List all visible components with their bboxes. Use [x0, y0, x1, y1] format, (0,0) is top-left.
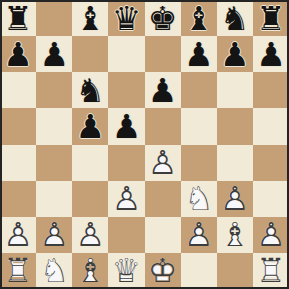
square-h3[interactable]	[253, 181, 289, 217]
white-pawn-outline-icon: ♙	[217, 181, 253, 217]
white-knight-outline-icon: ♘	[181, 181, 217, 217]
white-queen-outline-icon: ♕	[108, 253, 144, 289]
square-e6[interactable]: ♟	[145, 72, 181, 108]
black-pawn-icon: ♟	[36, 36, 72, 72]
chess-board: ♜♝♛♚♝♞♜♟♟♟♟♟♞♟♟♟♟♙♟♙♞♘♟♙♟♙♟♙♟♙♟♙♝♗♟♙♜♖♞♘…	[0, 0, 289, 289]
square-h8[interactable]: ♜	[253, 0, 289, 36]
square-e4[interactable]: ♟♙	[145, 145, 181, 181]
white-pawn-outline-icon: ♙	[72, 217, 108, 253]
square-f2[interactable]: ♟♙	[181, 217, 217, 253]
piece-white-knight[interactable]: ♞♘	[181, 181, 217, 217]
square-e2[interactable]	[145, 217, 181, 253]
piece-black-bishop[interactable]: ♝	[72, 0, 108, 36]
square-f3[interactable]: ♞♘	[181, 181, 217, 217]
piece-black-pawn[interactable]: ♟	[181, 36, 217, 72]
black-queen-icon: ♛	[108, 0, 144, 36]
piece-white-knight[interactable]: ♞♘	[36, 253, 72, 289]
square-f4[interactable]	[181, 145, 217, 181]
white-pawn-outline-icon: ♙	[108, 181, 144, 217]
black-pawn-icon: ♟	[0, 36, 36, 72]
square-c6[interactable]: ♞	[72, 72, 108, 108]
piece-white-bishop[interactable]: ♝♗	[72, 253, 108, 289]
piece-white-rook[interactable]: ♜♖	[0, 253, 36, 289]
square-d4[interactable]	[108, 145, 144, 181]
piece-white-pawn[interactable]: ♟♙	[253, 217, 289, 253]
square-g2[interactable]: ♝♗	[217, 217, 253, 253]
white-pawn-outline-icon: ♙	[0, 217, 36, 253]
square-a5[interactable]	[0, 108, 36, 144]
piece-black-pawn[interactable]: ♟	[0, 36, 36, 72]
piece-white-queen[interactable]: ♛♕	[108, 253, 144, 289]
piece-black-bishop[interactable]: ♝	[181, 0, 217, 36]
square-c4[interactable]	[72, 145, 108, 181]
piece-white-pawn[interactable]: ♟♙	[217, 181, 253, 217]
black-rook-icon: ♜	[253, 0, 289, 36]
square-d3[interactable]: ♟♙	[108, 181, 144, 217]
white-rook-outline-icon: ♖	[253, 253, 289, 289]
piece-white-bishop[interactable]: ♝♗	[217, 217, 253, 253]
square-h2[interactable]: ♟♙	[253, 217, 289, 253]
square-b3[interactable]	[36, 181, 72, 217]
white-pawn-outline-icon: ♙	[145, 145, 181, 181]
square-f8[interactable]: ♝	[181, 0, 217, 36]
square-b4[interactable]	[36, 145, 72, 181]
piece-white-pawn[interactable]: ♟♙	[108, 181, 144, 217]
black-bishop-icon: ♝	[181, 0, 217, 36]
piece-white-pawn[interactable]: ♟♙	[36, 217, 72, 253]
piece-black-pawn[interactable]: ♟	[36, 36, 72, 72]
black-pawn-icon: ♟	[253, 36, 289, 72]
white-bishop-outline-icon: ♗	[217, 217, 253, 253]
piece-black-rook[interactable]: ♜	[253, 0, 289, 36]
square-h4[interactable]	[253, 145, 289, 181]
black-knight-icon: ♞	[217, 0, 253, 36]
square-a7[interactable]: ♟	[0, 36, 36, 72]
white-bishop-outline-icon: ♗	[72, 253, 108, 289]
white-pawn-outline-icon: ♙	[36, 217, 72, 253]
square-c7[interactable]	[72, 36, 108, 72]
square-d7[interactable]	[108, 36, 144, 72]
black-bishop-icon: ♝	[72, 0, 108, 36]
square-d6[interactable]	[108, 72, 144, 108]
square-a3[interactable]	[0, 181, 36, 217]
square-b2[interactable]: ♟♙	[36, 217, 72, 253]
square-c5[interactable]: ♟	[72, 108, 108, 144]
square-f7[interactable]: ♟	[181, 36, 217, 72]
square-g8[interactable]: ♞	[217, 0, 253, 36]
piece-black-knight[interactable]: ♞	[72, 72, 108, 108]
white-knight-outline-icon: ♘	[36, 253, 72, 289]
square-a2[interactable]: ♟♙	[0, 217, 36, 253]
square-c3[interactable]	[72, 181, 108, 217]
square-g3[interactable]: ♟♙	[217, 181, 253, 217]
square-h7[interactable]: ♟	[253, 36, 289, 72]
square-h6[interactable]	[253, 72, 289, 108]
square-b7[interactable]: ♟	[36, 36, 72, 72]
square-c1[interactable]: ♝♗	[72, 253, 108, 289]
square-d5[interactable]: ♟	[108, 108, 144, 144]
white-king-outline-icon: ♔	[145, 253, 181, 289]
black-pawn-icon: ♟	[181, 36, 217, 72]
square-g5[interactable]	[217, 108, 253, 144]
square-b1[interactable]: ♞♘	[36, 253, 72, 289]
piece-black-rook[interactable]: ♜	[0, 0, 36, 36]
piece-black-pawn[interactable]: ♟	[108, 108, 144, 144]
square-e1[interactable]: ♚♔	[145, 253, 181, 289]
square-h1[interactable]: ♜♖	[253, 253, 289, 289]
piece-black-pawn[interactable]: ♟	[253, 36, 289, 72]
black-rook-icon: ♜	[0, 0, 36, 36]
black-pawn-icon: ♟	[145, 72, 181, 108]
square-d1[interactable]: ♛♕	[108, 253, 144, 289]
square-a1[interactable]: ♜♖	[0, 253, 36, 289]
square-e5[interactable]	[145, 108, 181, 144]
piece-white-king[interactable]: ♚♔	[145, 253, 181, 289]
piece-white-pawn[interactable]: ♟♙	[0, 217, 36, 253]
square-h5[interactable]	[253, 108, 289, 144]
square-g6[interactable]	[217, 72, 253, 108]
square-b8[interactable]	[36, 0, 72, 36]
square-c8[interactable]: ♝	[72, 0, 108, 36]
square-e3[interactable]	[145, 181, 181, 217]
piece-white-pawn[interactable]: ♟♙	[145, 145, 181, 181]
square-f5[interactable]	[181, 108, 217, 144]
square-g4[interactable]	[217, 145, 253, 181]
white-pawn-outline-icon: ♙	[181, 217, 217, 253]
piece-black-pawn[interactable]: ♟	[217, 36, 253, 72]
black-pawn-icon: ♟	[108, 108, 144, 144]
piece-white-rook[interactable]: ♜♖	[253, 253, 289, 289]
black-king-icon: ♚	[145, 0, 181, 36]
square-a8[interactable]: ♜	[0, 0, 36, 36]
square-d2[interactable]	[108, 217, 144, 253]
square-b6[interactable]	[36, 72, 72, 108]
piece-black-pawn[interactable]: ♟	[145, 72, 181, 108]
piece-black-pawn[interactable]: ♟	[72, 108, 108, 144]
square-a6[interactable]	[0, 72, 36, 108]
square-d8[interactable]: ♛	[108, 0, 144, 36]
piece-black-king[interactable]: ♚	[145, 0, 181, 36]
square-a4[interactable]	[0, 145, 36, 181]
white-rook-outline-icon: ♖	[0, 253, 36, 289]
square-g7[interactable]: ♟	[217, 36, 253, 72]
square-e8[interactable]: ♚	[145, 0, 181, 36]
black-pawn-icon: ♟	[72, 108, 108, 144]
square-b5[interactable]	[36, 108, 72, 144]
square-e7[interactable]	[145, 36, 181, 72]
piece-white-pawn[interactable]: ♟♙	[181, 217, 217, 253]
square-f1[interactable]	[181, 253, 217, 289]
piece-black-queen[interactable]: ♛	[108, 0, 144, 36]
square-f6[interactable]	[181, 72, 217, 108]
black-knight-icon: ♞	[72, 72, 108, 108]
piece-black-knight[interactable]: ♞	[217, 0, 253, 36]
piece-white-pawn[interactable]: ♟♙	[72, 217, 108, 253]
square-g1[interactable]	[217, 253, 253, 289]
square-c2[interactable]: ♟♙	[72, 217, 108, 253]
black-pawn-icon: ♟	[217, 36, 253, 72]
white-pawn-outline-icon: ♙	[253, 217, 289, 253]
